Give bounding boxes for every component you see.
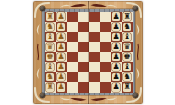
square-d6[interactable] bbox=[100, 42, 111, 52]
square-g3[interactable] bbox=[67, 72, 78, 82]
square-f2[interactable]: ♟ bbox=[56, 62, 67, 72]
square-a5[interactable] bbox=[89, 12, 100, 22]
white-pawn-icon: ♟ bbox=[57, 83, 64, 91]
black-pawn-icon: ♟ bbox=[112, 12, 119, 20]
piece-white-king: ♚ bbox=[46, 53, 55, 61]
square-e7[interactable]: ♟ bbox=[111, 52, 122, 62]
piece-white-pawn: ♟ bbox=[57, 63, 66, 71]
white-pawn-icon: ♟ bbox=[57, 42, 64, 50]
chess-board: ♜♟♟♜♞♟♟♞♝♟♟♝♛♟♟♛♚♟♟♚♝♟♟♝♞♟♟♞♜♟♟♜ bbox=[33, 1, 143, 104]
square-h1[interactable]: ♜ bbox=[45, 82, 56, 92]
square-h4[interactable] bbox=[78, 82, 89, 92]
piece-black-pawn: ♟ bbox=[112, 73, 121, 81]
black-knight-icon: ♞ bbox=[123, 73, 130, 81]
black-pawn-icon: ♟ bbox=[112, 63, 119, 71]
square-g2[interactable]: ♟ bbox=[56, 72, 67, 82]
piece-black-bishop: ♝ bbox=[123, 33, 132, 41]
black-pawn-icon: ♟ bbox=[112, 42, 119, 50]
square-b5[interactable] bbox=[89, 22, 100, 32]
square-g7[interactable]: ♟ bbox=[111, 72, 122, 82]
white-bishop-icon: ♝ bbox=[46, 63, 53, 71]
white-knight-icon: ♞ bbox=[46, 73, 53, 81]
square-f8[interactable]: ♝ bbox=[122, 62, 133, 72]
piece-black-pawn: ♟ bbox=[112, 83, 121, 91]
black-pawn-icon: ♟ bbox=[112, 73, 119, 81]
white-rook-icon: ♜ bbox=[46, 12, 53, 20]
square-a1[interactable]: ♜ bbox=[45, 12, 56, 22]
white-pawn-icon: ♟ bbox=[57, 63, 64, 71]
piece-white-rook: ♜ bbox=[46, 12, 55, 20]
square-d2[interactable]: ♟ bbox=[56, 42, 67, 52]
piece-white-bishop: ♝ bbox=[46, 33, 55, 41]
square-a6[interactable] bbox=[100, 12, 111, 22]
piece-black-rook: ♜ bbox=[123, 83, 132, 91]
square-c2[interactable]: ♟ bbox=[56, 32, 67, 42]
piece-white-pawn: ♟ bbox=[57, 33, 66, 41]
left-inlay-icon bbox=[37, 24, 40, 79]
white-knight-icon: ♞ bbox=[46, 22, 53, 30]
piece-white-queen: ♛ bbox=[46, 43, 55, 51]
square-e1[interactable]: ♚ bbox=[45, 52, 56, 62]
square-g5[interactable] bbox=[89, 72, 100, 82]
square-a8[interactable]: ♜ bbox=[122, 12, 133, 22]
square-d3[interactable] bbox=[67, 42, 78, 52]
square-h3[interactable] bbox=[67, 82, 78, 92]
square-g4[interactable] bbox=[78, 72, 89, 82]
piece-black-pawn: ♟ bbox=[112, 23, 121, 31]
square-e4[interactable] bbox=[78, 52, 89, 62]
square-f7[interactable]: ♟ bbox=[111, 62, 122, 72]
square-e2[interactable]: ♟ bbox=[56, 52, 67, 62]
square-g6[interactable] bbox=[100, 72, 111, 82]
piece-white-knight: ♞ bbox=[46, 23, 55, 31]
square-b2[interactable]: ♟ bbox=[56, 22, 67, 32]
piece-white-knight: ♞ bbox=[46, 73, 55, 81]
square-c7[interactable]: ♟ bbox=[111, 32, 122, 42]
black-knight-icon: ♞ bbox=[123, 22, 130, 30]
white-king-icon: ♚ bbox=[46, 53, 53, 61]
white-pawn-icon: ♟ bbox=[57, 32, 64, 40]
white-queen-icon: ♛ bbox=[46, 42, 53, 50]
square-c6[interactable] bbox=[100, 32, 111, 42]
piece-black-king: ♚ bbox=[123, 53, 132, 61]
piece-white-pawn: ♟ bbox=[57, 73, 66, 81]
piece-black-knight: ♞ bbox=[123, 23, 132, 31]
square-a7[interactable]: ♟ bbox=[111, 12, 122, 22]
black-pawn-icon: ♟ bbox=[112, 22, 119, 30]
square-b8[interactable]: ♞ bbox=[122, 22, 133, 32]
square-e5[interactable] bbox=[89, 52, 100, 62]
square-b6[interactable] bbox=[100, 22, 111, 32]
square-c8[interactable]: ♝ bbox=[122, 32, 133, 42]
square-a2[interactable]: ♟ bbox=[56, 12, 67, 22]
piece-white-bishop: ♝ bbox=[46, 63, 55, 71]
square-e8[interactable]: ♚ bbox=[122, 52, 133, 62]
square-d5[interactable] bbox=[89, 42, 100, 52]
square-h2[interactable]: ♟ bbox=[56, 82, 67, 92]
white-pawn-icon: ♟ bbox=[57, 53, 64, 61]
piece-black-knight: ♞ bbox=[123, 73, 132, 81]
black-pawn-icon: ♟ bbox=[112, 83, 119, 91]
square-h8[interactable]: ♜ bbox=[122, 82, 133, 92]
white-bishop-icon: ♝ bbox=[46, 32, 53, 40]
square-c4[interactable] bbox=[78, 32, 89, 42]
square-b7[interactable]: ♟ bbox=[111, 22, 122, 32]
square-f5[interactable] bbox=[89, 62, 100, 72]
square-f4[interactable] bbox=[78, 62, 89, 72]
square-b3[interactable] bbox=[67, 22, 78, 32]
square-a4[interactable] bbox=[78, 12, 89, 22]
piece-black-pawn: ♟ bbox=[112, 43, 121, 51]
square-h7[interactable]: ♟ bbox=[111, 82, 122, 92]
square-b4[interactable] bbox=[78, 22, 89, 32]
square-e3[interactable] bbox=[67, 52, 78, 62]
square-f6[interactable] bbox=[100, 62, 111, 72]
square-d1[interactable]: ♛ bbox=[45, 42, 56, 52]
piece-black-queen: ♛ bbox=[123, 43, 132, 51]
white-pawn-icon: ♟ bbox=[57, 73, 64, 81]
bottom-inlay-icon bbox=[60, 98, 117, 101]
black-king-icon: ♚ bbox=[123, 53, 130, 61]
square-h5[interactable] bbox=[89, 82, 100, 92]
piece-white-pawn: ♟ bbox=[57, 12, 66, 20]
square-f1[interactable]: ♝ bbox=[45, 62, 56, 72]
piece-black-pawn: ♟ bbox=[112, 33, 121, 41]
page-background: ♜♟♟♜♞♟♟♞♝♟♟♝♛♟♟♛♚♟♟♚♝♟♟♝♞♟♟♞♜♟♟♜ bbox=[0, 0, 175, 105]
square-c1[interactable]: ♝ bbox=[45, 32, 56, 42]
piece-white-pawn: ♟ bbox=[57, 43, 66, 51]
piece-black-pawn: ♟ bbox=[112, 53, 121, 61]
black-rook-icon: ♜ bbox=[123, 12, 130, 20]
board-grid: ♜♟♟♜♞♟♟♞♝♟♟♝♛♟♟♛♚♟♟♚♝♟♟♝♞♟♟♞♜♟♟♜ bbox=[45, 12, 133, 93]
black-bishop-icon: ♝ bbox=[123, 63, 130, 71]
square-d7[interactable]: ♟ bbox=[111, 42, 122, 52]
black-queen-icon: ♛ bbox=[123, 42, 130, 50]
piece-black-bishop: ♝ bbox=[123, 63, 132, 71]
corner-knob-icon bbox=[40, 6, 45, 11]
top-inlay-icon bbox=[60, 4, 117, 7]
square-g1[interactable]: ♞ bbox=[45, 72, 56, 82]
square-b1[interactable]: ♞ bbox=[45, 22, 56, 32]
black-rook-icon: ♜ bbox=[123, 83, 130, 91]
white-rook-icon: ♜ bbox=[46, 83, 53, 91]
piece-white-pawn: ♟ bbox=[57, 53, 66, 61]
piece-white-pawn: ♟ bbox=[57, 83, 66, 91]
square-h6[interactable] bbox=[100, 82, 111, 92]
piece-black-pawn: ♟ bbox=[112, 12, 121, 20]
black-pawn-icon: ♟ bbox=[112, 32, 119, 40]
square-f3[interactable] bbox=[67, 62, 78, 72]
square-a3[interactable] bbox=[67, 12, 78, 22]
square-e6[interactable] bbox=[100, 52, 111, 62]
piece-white-pawn: ♟ bbox=[57, 23, 66, 31]
piece-white-rook: ♜ bbox=[46, 83, 55, 91]
piece-black-rook: ♜ bbox=[123, 12, 132, 20]
piece-black-pawn: ♟ bbox=[112, 63, 121, 71]
black-pawn-icon: ♟ bbox=[112, 53, 119, 61]
corner-knob-icon bbox=[40, 93, 45, 98]
square-d8[interactable]: ♛ bbox=[122, 42, 133, 52]
square-d4[interactable] bbox=[78, 42, 89, 52]
white-pawn-icon: ♟ bbox=[57, 22, 64, 30]
right-inlay-icon bbox=[136, 24, 139, 79]
square-g8[interactable]: ♞ bbox=[122, 72, 133, 82]
square-c3[interactable] bbox=[67, 32, 78, 42]
white-pawn-icon: ♟ bbox=[57, 12, 64, 20]
square-c5[interactable] bbox=[89, 32, 100, 42]
black-bishop-icon: ♝ bbox=[123, 32, 130, 40]
corner-knob-icon bbox=[133, 6, 138, 11]
corner-knob-icon bbox=[133, 93, 138, 98]
